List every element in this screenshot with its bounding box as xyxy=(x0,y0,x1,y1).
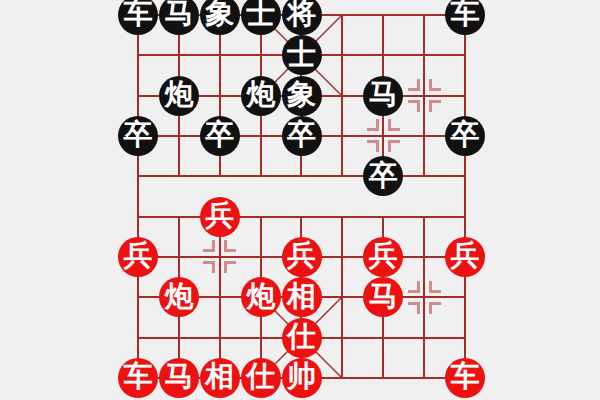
piece-glyph: 象 xyxy=(205,0,234,28)
marker-corner-tr xyxy=(429,79,441,91)
piece-glyph: 相 xyxy=(287,282,316,311)
piece-red-elephant[interactable]: 相 xyxy=(282,277,322,317)
piece-red-horse[interactable]: 马 xyxy=(159,358,199,398)
piece-red-general[interactable]: 帅 xyxy=(282,358,322,398)
marker-corner-tl xyxy=(408,79,420,91)
piece-black-general[interactable]: 将 xyxy=(282,0,322,35)
piece-red-advisor[interactable]: 仕 xyxy=(282,318,322,358)
last-move-marker xyxy=(408,79,441,112)
marker-corner-tr xyxy=(388,119,400,131)
piece-glyph: 卒 xyxy=(205,120,234,149)
piece-black-advisor[interactable]: 士 xyxy=(282,35,322,75)
marker-corner-bl xyxy=(408,302,420,314)
piece-black-chariot[interactable]: 车 xyxy=(445,0,485,35)
piece-glyph: 士 xyxy=(287,40,316,69)
piece-glyph: 马 xyxy=(164,0,193,28)
piece-glyph: 卒 xyxy=(124,120,153,149)
piece-red-soldier[interactable]: 兵 xyxy=(200,197,240,237)
marker-corner-bl xyxy=(203,261,215,273)
piece-glyph: 卒 xyxy=(287,120,316,149)
marker-corner-br xyxy=(429,302,441,314)
piece-red-chariot[interactable]: 车 xyxy=(445,358,485,398)
marker-corner-br xyxy=(224,261,236,273)
piece-glyph: 相 xyxy=(205,362,234,391)
piece-glyph: 车 xyxy=(451,362,480,391)
piece-glyph: 车 xyxy=(124,362,153,391)
piece-glyph: 车 xyxy=(451,0,480,28)
piece-black-cannon[interactable]: 炮 xyxy=(159,76,199,116)
piece-red-cannon[interactable]: 炮 xyxy=(159,277,199,317)
piece-glyph: 炮 xyxy=(164,282,193,311)
piece-glyph: 仕 xyxy=(246,362,275,391)
piece-glyph: 兵 xyxy=(369,241,398,270)
piece-glyph: 马 xyxy=(369,282,398,311)
piece-black-horse[interactable]: 马 xyxy=(363,76,403,116)
piece-red-advisor[interactable]: 仕 xyxy=(241,358,281,398)
piece-glyph: 炮 xyxy=(246,80,275,109)
piece-red-horse[interactable]: 马 xyxy=(363,277,403,317)
piece-glyph: 兵 xyxy=(451,241,480,270)
piece-black-soldier[interactable]: 卒 xyxy=(118,116,158,156)
marker-corner-tl xyxy=(203,240,215,252)
last-move-marker xyxy=(408,281,441,314)
piece-glyph: 仕 xyxy=(287,322,316,351)
piece-glyph: 兵 xyxy=(287,241,316,270)
marker-corner-bl xyxy=(408,100,420,112)
piece-glyph: 车 xyxy=(124,0,153,28)
piece-black-cannon[interactable]: 炮 xyxy=(241,76,281,116)
marker-corner-tl xyxy=(367,119,379,131)
piece-glyph: 将 xyxy=(287,0,316,28)
piece-red-soldier[interactable]: 兵 xyxy=(118,237,158,277)
piece-glyph: 象 xyxy=(287,80,316,109)
piece-black-elephant[interactable]: 象 xyxy=(282,76,322,116)
piece-glyph: 兵 xyxy=(124,241,153,270)
xiangqi-app-canvas: 车马象士将车士炮炮象马卒卒卒卒卒兵兵兵兵兵炮炮相马仕车马相仕帅车 xyxy=(0,0,600,400)
marker-corner-tl xyxy=(408,281,420,293)
piece-black-soldier[interactable]: 卒 xyxy=(282,116,322,156)
piece-glyph: 炮 xyxy=(164,80,193,109)
piece-red-chariot[interactable]: 车 xyxy=(118,358,158,398)
piece-red-cannon[interactable]: 炮 xyxy=(241,277,281,317)
piece-glyph: 帅 xyxy=(287,362,316,391)
piece-black-soldier[interactable]: 卒 xyxy=(363,156,403,196)
marker-corner-br xyxy=(429,100,441,112)
piece-glyph: 卒 xyxy=(451,120,480,149)
piece-red-elephant[interactable]: 相 xyxy=(200,358,240,398)
piece-black-chariot[interactable]: 车 xyxy=(118,0,158,35)
last-move-marker xyxy=(203,240,236,273)
piece-glyph: 士 xyxy=(246,0,275,28)
marker-corner-br xyxy=(388,140,400,152)
piece-black-advisor[interactable]: 士 xyxy=(241,0,281,35)
marker-corner-bl xyxy=(367,140,379,152)
piece-glyph: 炮 xyxy=(246,282,275,311)
piece-black-horse[interactable]: 马 xyxy=(159,0,199,35)
piece-glyph: 马 xyxy=(164,362,193,391)
marker-corner-tr xyxy=(429,281,441,293)
piece-glyph: 马 xyxy=(369,80,398,109)
piece-black-elephant[interactable]: 象 xyxy=(200,0,240,35)
last-move-marker xyxy=(367,119,400,152)
piece-glyph: 兵 xyxy=(205,201,234,230)
piece-glyph: 卒 xyxy=(369,161,398,190)
piece-red-soldier[interactable]: 兵 xyxy=(445,237,485,277)
piece-red-soldier[interactable]: 兵 xyxy=(282,237,322,277)
piece-black-soldier[interactable]: 卒 xyxy=(200,116,240,156)
xiangqi-board: 车马象士将车士炮炮象马卒卒卒卒卒兵兵兵兵兵炮炮相马仕车马相仕帅车 xyxy=(118,0,486,398)
piece-black-soldier[interactable]: 卒 xyxy=(445,116,485,156)
marker-corner-tr xyxy=(224,240,236,252)
piece-red-soldier[interactable]: 兵 xyxy=(363,237,403,277)
